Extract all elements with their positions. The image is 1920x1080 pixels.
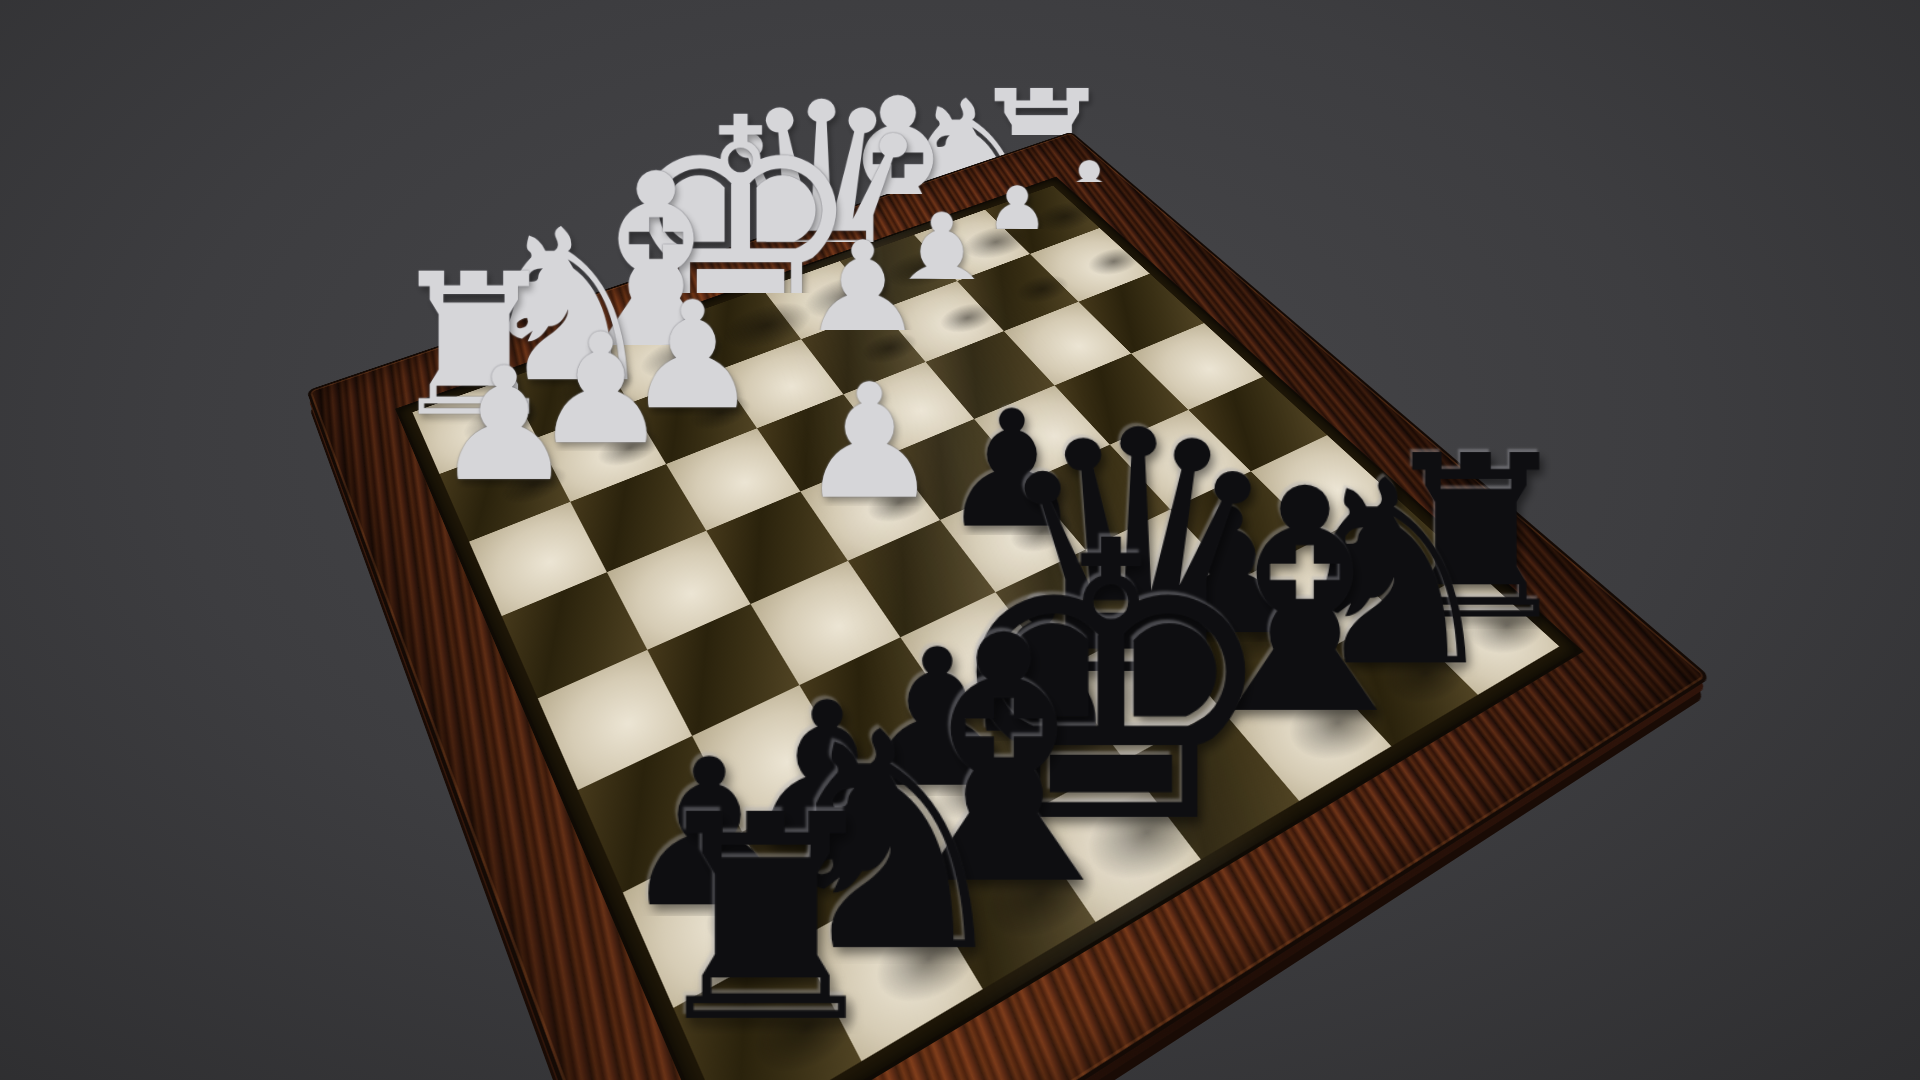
render-scene: ♜♞♝♛♚♝♞♜♟♟♟♟♟♟♟♟♜♞♝♛♚♝♞♜♟♟♟♟♟♟ [0, 0, 1920, 1080]
piece-black-rook-h8[interactable]: ♜ [639, 778, 894, 1062]
chessboard-assembly: ♜♞♝♛♚♝♞♜♟♟♟♟♟♟♟♟♜♞♝♛♚♝♞♜♟♟♟♟♟♟ [306, 131, 1711, 1080]
